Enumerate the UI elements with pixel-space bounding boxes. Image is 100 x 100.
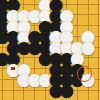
go-board-screenshot: ●●●●●●●●●●●●●●●●●●●●●●●●●●●●●●●●●●●●●●●●… — [0, 0, 100, 100]
red-square-marker-icon — [11, 67, 15, 71]
red-circle-marker-icon — [77, 66, 93, 82]
intersection-r9-c9[interactable] — [93, 95, 100, 100]
intersection-r9-c8[interactable] — [83, 95, 94, 100]
go-board-grid: ●●●●●●●●●●●●●●●●●●●●●●●●●●●●●●●●●●●●●●●●… — [0, 0, 100, 100]
intersection-r9-c0[interactable] — [0, 95, 8, 100]
intersection-r9-c3[interactable] — [29, 95, 40, 100]
intersection-r0-c9[interactable] — [93, 0, 100, 9]
intersection-r1-c8[interactable] — [83, 9, 94, 20]
black-stone: ● — [59, 85, 74, 95]
intersection-r8-c0[interactable] — [0, 85, 8, 96]
intersection-r9-c2[interactable] — [19, 95, 30, 100]
intersection-r0-c8[interactable] — [83, 0, 94, 9]
intersection-r8-c6[interactable]: ● — [61, 85, 72, 96]
intersection-r1-c9[interactable] — [93, 9, 100, 20]
intersection-r9-c1[interactable] — [8, 95, 19, 100]
